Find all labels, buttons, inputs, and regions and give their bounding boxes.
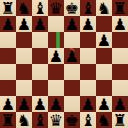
square-c4[interactable] <box>32 64 48 80</box>
square-h4[interactable] <box>112 64 128 80</box>
piece-black-rook[interactable]: ♜ <box>113 0 127 16</box>
piece-black-pawn[interactable]: ♟ <box>65 16 79 32</box>
square-g8[interactable]: ♞ <box>96 0 112 16</box>
square-f6[interactable] <box>80 32 96 48</box>
square-f7[interactable]: ♟ <box>80 16 96 32</box>
square-b6[interactable] <box>16 32 32 48</box>
piece-black-knight[interactable]: ♞ <box>17 0 31 16</box>
square-g5[interactable] <box>96 48 112 64</box>
square-b2[interactable]: ♟ <box>16 96 32 112</box>
square-h2[interactable]: ♟ <box>112 96 128 112</box>
square-f4[interactable] <box>80 64 96 80</box>
piece-black-king[interactable]: ♚ <box>65 0 79 16</box>
square-b1[interactable]: ♞ <box>16 112 32 128</box>
square-e2[interactable] <box>64 96 80 112</box>
square-a5[interactable] <box>0 48 16 64</box>
piece-white-knight[interactable]: ♞ <box>97 112 111 128</box>
square-b7[interactable]: ♟ <box>16 16 32 32</box>
square-b8[interactable]: ♞ <box>16 0 32 16</box>
piece-white-pawn[interactable]: ♟ <box>49 96 63 112</box>
piece-white-pawn[interactable]: ♟ <box>81 96 95 112</box>
square-h8[interactable]: ♜ <box>112 0 128 16</box>
square-e1[interactable]: ♚ <box>64 112 80 128</box>
square-d6[interactable] <box>48 32 64 48</box>
square-h5[interactable] <box>112 48 128 64</box>
square-d1[interactable]: ♛ <box>48 112 64 128</box>
square-g3[interactable] <box>96 80 112 96</box>
square-c8[interactable]: ♝ <box>32 0 48 16</box>
square-a2[interactable]: ♟ <box>0 96 16 112</box>
square-h1[interactable]: ♜ <box>112 112 128 128</box>
square-d3[interactable] <box>48 80 64 96</box>
square-f5[interactable] <box>80 48 96 64</box>
piece-white-bishop[interactable]: ♝ <box>81 112 95 128</box>
piece-black-pawn[interactable]: ♟ <box>49 48 63 64</box>
square-c5[interactable] <box>32 48 48 64</box>
square-e7[interactable]: ♟ <box>64 16 80 32</box>
piece-white-pawn[interactable]: ♟ <box>97 96 111 112</box>
square-g4[interactable] <box>96 64 112 80</box>
square-f3[interactable] <box>80 80 96 96</box>
square-d8[interactable]: ♛ <box>48 0 64 16</box>
piece-white-rook[interactable]: ♜ <box>1 112 15 128</box>
chess-board[interactable]: ♜♞♝♛♚♝♞♜♟♟♟♟♟♟♟♟♟♟♟♟♟♟♟♟♜♞♝♛♚♝♞♜ <box>0 0 128 128</box>
piece-black-bishop[interactable]: ♝ <box>33 0 47 16</box>
piece-white-king[interactable]: ♚ <box>65 112 79 128</box>
square-d7[interactable] <box>48 16 64 32</box>
square-g7[interactable] <box>96 16 112 32</box>
square-d5[interactable]: ♟ <box>48 48 64 64</box>
square-a6[interactable] <box>0 32 16 48</box>
square-h7[interactable]: ♟ <box>112 16 128 32</box>
square-d4[interactable] <box>48 64 64 80</box>
square-e5[interactable]: ♟ <box>64 48 80 64</box>
square-b3[interactable] <box>16 80 32 96</box>
square-f1[interactable]: ♝ <box>80 112 96 128</box>
piece-white-pawn[interactable]: ♟ <box>113 96 127 112</box>
square-e4[interactable] <box>64 64 80 80</box>
square-g2[interactable]: ♟ <box>96 96 112 112</box>
piece-black-queen[interactable]: ♛ <box>49 0 63 16</box>
square-c1[interactable]: ♝ <box>32 112 48 128</box>
piece-black-pawn[interactable]: ♟ <box>81 16 95 32</box>
piece-white-bishop[interactable]: ♝ <box>33 112 47 128</box>
piece-black-bishop[interactable]: ♝ <box>81 0 95 16</box>
square-c3[interactable] <box>32 80 48 96</box>
square-e8[interactable]: ♚ <box>64 0 80 16</box>
square-g6[interactable]: ♟ <box>96 32 112 48</box>
square-h3[interactable] <box>112 80 128 96</box>
square-h6[interactable] <box>112 32 128 48</box>
board-grid: ♜♞♝♛♚♝♞♜♟♟♟♟♟♟♟♟♟♟♟♟♟♟♟♟♜♞♝♛♚♝♞♜ <box>0 0 128 128</box>
piece-white-pawn[interactable]: ♟ <box>1 96 15 112</box>
piece-white-knight[interactable]: ♞ <box>17 112 31 128</box>
piece-black-knight[interactable]: ♞ <box>97 0 111 16</box>
piece-white-rook[interactable]: ♜ <box>113 112 127 128</box>
piece-black-rook[interactable]: ♜ <box>1 0 15 16</box>
piece-white-pawn[interactable]: ♟ <box>33 96 47 112</box>
square-a7[interactable]: ♟ <box>0 16 16 32</box>
piece-black-pawn[interactable]: ♟ <box>113 16 127 32</box>
square-e6[interactable] <box>64 32 80 48</box>
piece-black-pawn[interactable]: ♟ <box>17 16 31 32</box>
piece-black-pawn[interactable]: ♟ <box>97 32 111 48</box>
square-c6[interactable] <box>32 32 48 48</box>
square-c2[interactable]: ♟ <box>32 96 48 112</box>
square-d2[interactable]: ♟ <box>48 96 64 112</box>
piece-black-pawn[interactable]: ♟ <box>33 16 47 32</box>
square-b5[interactable] <box>16 48 32 64</box>
piece-white-queen[interactable]: ♛ <box>49 112 63 128</box>
square-g1[interactable]: ♞ <box>96 112 112 128</box>
square-a4[interactable] <box>0 64 16 80</box>
square-e3[interactable] <box>64 80 80 96</box>
square-c7[interactable]: ♟ <box>32 16 48 32</box>
square-a1[interactable]: ♜ <box>0 112 16 128</box>
square-b4[interactable] <box>16 64 32 80</box>
piece-white-pawn[interactable]: ♟ <box>17 96 31 112</box>
square-a3[interactable] <box>0 80 16 96</box>
square-f8[interactable]: ♝ <box>80 0 96 16</box>
square-f2[interactable]: ♟ <box>80 96 96 112</box>
square-a8[interactable]: ♜ <box>0 0 16 16</box>
piece-black-pawn[interactable]: ♟ <box>1 16 15 32</box>
piece-white-pawn[interactable]: ♟ <box>65 48 79 64</box>
